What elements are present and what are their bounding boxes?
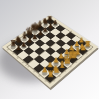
perspective-wrapper: abcdefgh 12345678 ♜♞♝♛♚♝♞♜♟♟♟♟♟♟♟♟♟♟♟♟♟♟… bbox=[0, 0, 99, 99]
piece-black-pawn-a7[interactable]: ♟ bbox=[11, 45, 25, 52]
piece-white-rook-a1[interactable]: ♜ bbox=[42, 69, 57, 78]
chess-board: abcdefgh 12345678 ♜♞♝♛♚♝♞♜♟♟♟♟♟♟♟♟♟♟♟♟♟♟… bbox=[1, 15, 97, 88]
photo-backdrop: abcdefgh 12345678 ♜♞♝♛♚♝♞♜♟♟♟♟♟♟♟♟♟♟♟♟♟♟… bbox=[0, 0, 99, 99]
